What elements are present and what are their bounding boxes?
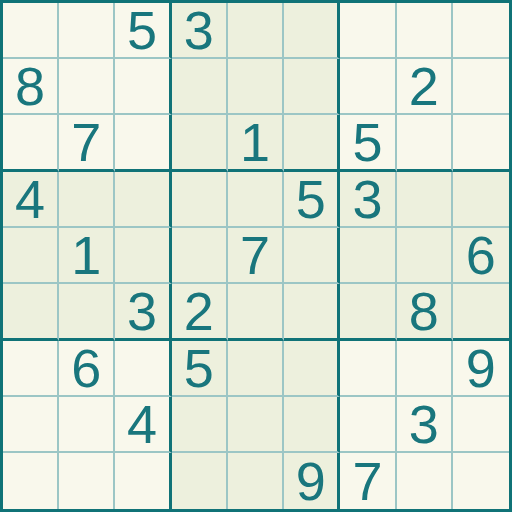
cell-r6c1-empty[interactable]	[3, 284, 59, 341]
cell-r3c8-empty[interactable]	[397, 115, 453, 172]
cell-r8c2-empty[interactable]	[59, 397, 115, 453]
cell-r3c3-empty[interactable]	[115, 115, 171, 172]
cell-r2c8-given-2[interactable]: 2	[397, 59, 453, 115]
cell-r4c2-empty[interactable]	[59, 172, 115, 228]
cell-r4c1-given-4[interactable]: 4	[3, 172, 59, 228]
cell-r9c9-empty[interactable]	[453, 453, 509, 509]
cell-r1c1-empty[interactable]	[3, 3, 59, 59]
cell-r9c6-given-9[interactable]: 9	[284, 453, 340, 509]
cell-r9c3-empty[interactable]	[115, 453, 171, 509]
cell-r4c9-empty[interactable]	[453, 172, 509, 228]
cell-r7c3-empty[interactable]	[115, 341, 171, 397]
cell-r4c8-empty[interactable]	[397, 172, 453, 228]
cell-r1c8-empty[interactable]	[397, 3, 453, 59]
cell-r5c3-empty[interactable]	[115, 228, 171, 284]
cell-r1c3-given-5[interactable]: 5	[115, 3, 171, 59]
cell-r7c7-empty[interactable]	[340, 341, 396, 397]
cell-r7c2-given-6[interactable]: 6	[59, 341, 115, 397]
cell-r5c9-given-6[interactable]: 6	[453, 228, 509, 284]
cell-r2c1-given-8[interactable]: 8	[3, 59, 59, 115]
cell-r4c5-empty[interactable]	[228, 172, 284, 228]
cell-r5c1-empty[interactable]	[3, 228, 59, 284]
cell-r5c2-given-1[interactable]: 1	[59, 228, 115, 284]
cell-r8c6-empty[interactable]	[284, 397, 340, 453]
cell-r5c6-empty[interactable]	[284, 228, 340, 284]
cell-r9c8-empty[interactable]	[397, 453, 453, 509]
cell-r2c6-empty[interactable]	[284, 59, 340, 115]
cell-r4c6-given-5[interactable]: 5	[284, 172, 340, 228]
cell-r2c4-empty[interactable]	[172, 59, 228, 115]
cell-r6c5-empty[interactable]	[228, 284, 284, 341]
cell-r3c2-given-7[interactable]: 7	[59, 115, 115, 172]
cell-r9c2-empty[interactable]	[59, 453, 115, 509]
cell-r6c7-empty[interactable]	[340, 284, 396, 341]
cell-r2c3-empty[interactable]	[115, 59, 171, 115]
cell-r1c6-empty[interactable]	[284, 3, 340, 59]
cell-r9c7-given-7[interactable]: 7	[340, 453, 396, 509]
cell-r6c9-empty[interactable]	[453, 284, 509, 341]
cell-r7c9-given-9[interactable]: 9	[453, 341, 509, 397]
cell-r3c6-empty[interactable]	[284, 115, 340, 172]
cell-r8c3-given-4[interactable]: 4	[115, 397, 171, 453]
cell-r8c1-empty[interactable]	[3, 397, 59, 453]
cell-r2c7-empty[interactable]	[340, 59, 396, 115]
cell-r5c5-given-7[interactable]: 7	[228, 228, 284, 284]
cell-r6c6-empty[interactable]	[284, 284, 340, 341]
cell-r1c4-given-3[interactable]: 3	[172, 3, 228, 59]
cell-r7c5-empty[interactable]	[228, 341, 284, 397]
cell-r2c2-empty[interactable]	[59, 59, 115, 115]
cell-r7c4-given-5[interactable]: 5	[172, 341, 228, 397]
cell-r4c3-empty[interactable]	[115, 172, 171, 228]
cell-r8c5-empty[interactable]	[228, 397, 284, 453]
cell-r4c7-given-3[interactable]: 3	[340, 172, 396, 228]
cell-r2c9-empty[interactable]	[453, 59, 509, 115]
cell-r6c8-given-8[interactable]: 8	[397, 284, 453, 341]
cell-r5c7-empty[interactable]	[340, 228, 396, 284]
cell-r6c4-given-2[interactable]: 2	[172, 284, 228, 341]
cell-r6c2-empty[interactable]	[59, 284, 115, 341]
cell-r3c5-given-1[interactable]: 1	[228, 115, 284, 172]
sudoku-board: 53827154531763286594397	[0, 0, 512, 512]
cell-r4c4-empty[interactable]	[172, 172, 228, 228]
cell-r1c7-empty[interactable]	[340, 3, 396, 59]
cell-r3c7-given-5[interactable]: 5	[340, 115, 396, 172]
cell-r1c2-empty[interactable]	[59, 3, 115, 59]
cell-r9c4-empty[interactable]	[172, 453, 228, 509]
cell-r8c4-empty[interactable]	[172, 397, 228, 453]
cell-r1c9-empty[interactable]	[453, 3, 509, 59]
cell-r6c3-given-3[interactable]: 3	[115, 284, 171, 341]
cell-r5c8-empty[interactable]	[397, 228, 453, 284]
cell-r2c5-empty[interactable]	[228, 59, 284, 115]
cell-r1c5-empty[interactable]	[228, 3, 284, 59]
cell-r5c4-empty[interactable]	[172, 228, 228, 284]
cell-r7c8-empty[interactable]	[397, 341, 453, 397]
cell-r7c1-empty[interactable]	[3, 341, 59, 397]
cell-r8c7-empty[interactable]	[340, 397, 396, 453]
cell-r9c1-empty[interactable]	[3, 453, 59, 509]
cell-r3c1-empty[interactable]	[3, 115, 59, 172]
cell-r8c8-given-3[interactable]: 3	[397, 397, 453, 453]
cell-r9c5-empty[interactable]	[228, 453, 284, 509]
cell-r8c9-empty[interactable]	[453, 397, 509, 453]
cell-r3c9-empty[interactable]	[453, 115, 509, 172]
cell-r7c6-empty[interactable]	[284, 341, 340, 397]
cell-r3c4-empty[interactable]	[172, 115, 228, 172]
